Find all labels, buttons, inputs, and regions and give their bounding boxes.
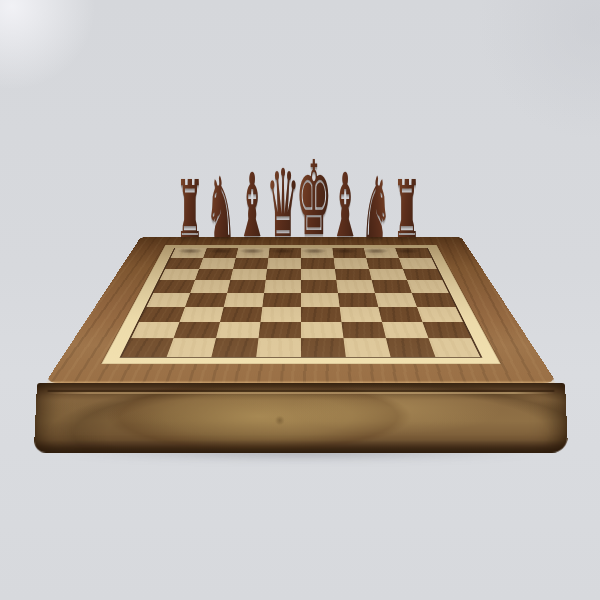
piece-black-rook-a8: ♜ xyxy=(176,171,204,250)
piece-black-knight-g8: ♞ xyxy=(361,165,391,250)
piece-black-bishop-f8: ♝ xyxy=(329,162,361,250)
piece-black-knight-b8: ♞ xyxy=(206,165,236,250)
piece-black-king-e8: ♚ xyxy=(296,147,333,250)
photo-backdrop: ♜♞♝♛♚♝♞♜ xyxy=(0,0,600,600)
pieces-layer: ♜♞♝♛♚♝♞♜ xyxy=(0,0,600,600)
piece-black-bishop-c8: ♝ xyxy=(236,162,268,250)
piece-black-rook-h8: ♜ xyxy=(393,171,421,250)
